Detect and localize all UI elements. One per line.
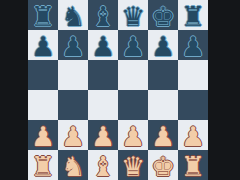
square-d4[interactable] (118, 60, 148, 90)
piece-black-pawn[interactable]: ♟ (181, 33, 205, 60)
piece-black-pawn[interactable]: ♟ (121, 33, 145, 60)
square-c1[interactable]: ♝ (88, 150, 118, 180)
piece-white-pawn[interactable]: ♟ (151, 123, 175, 150)
square-e6[interactable]: ♚ (148, 0, 178, 30)
square-f6[interactable]: ♜ (178, 0, 208, 30)
piece-white-queen[interactable]: ♛ (121, 153, 145, 180)
piece-black-pawn[interactable]: ♟ (61, 33, 85, 60)
piece-black-pawn[interactable]: ♟ (151, 33, 175, 60)
square-b2[interactable]: ♟ (58, 120, 88, 150)
square-b5[interactable]: ♟ (58, 30, 88, 60)
square-c3[interactable] (88, 90, 118, 120)
square-b6[interactable]: ♞ (58, 0, 88, 30)
piece-black-pawn[interactable]: ♟ (31, 33, 55, 60)
square-a2[interactable]: ♟ (28, 120, 58, 150)
square-d3[interactable] (118, 90, 148, 120)
piece-white-pawn[interactable]: ♟ (181, 123, 205, 150)
piece-white-knight[interactable]: ♞ (61, 153, 85, 180)
piece-white-pawn[interactable]: ♟ (121, 123, 145, 150)
square-f3[interactable] (178, 90, 208, 120)
square-b1[interactable]: ♞ (58, 150, 88, 180)
piece-white-rook[interactable]: ♜ (31, 153, 55, 180)
square-e4[interactable] (148, 60, 178, 90)
square-d5[interactable]: ♟ (118, 30, 148, 60)
square-d1[interactable]: ♛ (118, 150, 148, 180)
square-f4[interactable] (178, 60, 208, 90)
piece-white-pawn[interactable]: ♟ (31, 123, 55, 150)
piece-white-bishop[interactable]: ♝ (91, 153, 115, 180)
square-b3[interactable] (58, 90, 88, 120)
chess-board: ♜♞♝♛♚♜♟♟♟♟♟♟♟♟♟♟♟♟♜♞♝♛♚♜ (28, 0, 208, 180)
piece-white-pawn[interactable]: ♟ (61, 123, 85, 150)
square-c6[interactable]: ♝ (88, 0, 118, 30)
square-a5[interactable]: ♟ (28, 30, 58, 60)
square-e2[interactable]: ♟ (148, 120, 178, 150)
square-d2[interactable]: ♟ (118, 120, 148, 150)
piece-black-knight[interactable]: ♞ (61, 3, 85, 30)
square-a6[interactable]: ♜ (28, 0, 58, 30)
square-b4[interactable] (58, 60, 88, 90)
square-f1[interactable]: ♜ (178, 150, 208, 180)
square-a4[interactable] (28, 60, 58, 90)
square-e3[interactable] (148, 90, 178, 120)
square-f2[interactable]: ♟ (178, 120, 208, 150)
piece-black-bishop[interactable]: ♝ (91, 3, 115, 30)
square-e1[interactable]: ♚ (148, 150, 178, 180)
piece-white-rook[interactable]: ♜ (181, 153, 205, 180)
square-f5[interactable]: ♟ (178, 30, 208, 60)
square-e5[interactable]: ♟ (148, 30, 178, 60)
piece-black-rook[interactable]: ♜ (181, 3, 205, 30)
game-screen: ♜♞♝♛♚♜♟♟♟♟♟♟♟♟♟♟♟♟♜♞♝♛♚♜ (0, 0, 240, 180)
square-c4[interactable] (88, 60, 118, 90)
piece-black-rook[interactable]: ♜ (31, 3, 55, 30)
square-c5[interactable]: ♟ (88, 30, 118, 60)
square-c2[interactable]: ♟ (88, 120, 118, 150)
piece-white-pawn[interactable]: ♟ (91, 123, 115, 150)
square-d6[interactable]: ♛ (118, 0, 148, 30)
piece-black-pawn[interactable]: ♟ (91, 33, 115, 60)
piece-black-king[interactable]: ♚ (151, 3, 175, 30)
square-a3[interactable] (28, 90, 58, 120)
piece-black-queen[interactable]: ♛ (121, 3, 145, 30)
square-a1[interactable]: ♜ (28, 150, 58, 180)
piece-white-king[interactable]: ♚ (151, 153, 175, 180)
